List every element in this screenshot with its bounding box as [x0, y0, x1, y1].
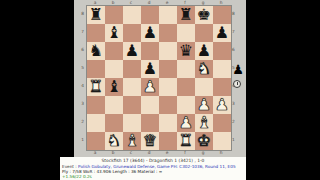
square-c5[interactable] — [123, 60, 141, 78]
square-g5[interactable]: ♞ — [195, 60, 213, 78]
white-bishop: ♝ — [195, 114, 213, 132]
rank-label-left-2: 2 — [74, 113, 85, 131]
square-b8[interactable] — [105, 6, 123, 24]
square-c6[interactable]: ♟ — [123, 42, 141, 60]
square-d5[interactable]: ♟ — [141, 60, 159, 78]
square-e1[interactable] — [159, 132, 177, 150]
square-d1[interactable]: ♛ — [141, 132, 159, 150]
square-e3[interactable] — [159, 96, 177, 114]
square-f8[interactable]: ♜ — [177, 6, 195, 24]
square-h1[interactable] — [213, 132, 231, 150]
rank-label-left-1: 1 — [74, 131, 85, 149]
square-c7[interactable] — [123, 24, 141, 42]
board-area: ♜♜♚♝♟♟♞♟♛♟♟♞♜♝♟♟♟♟♝♞♝♛♜♚ aabbccddeeffggh… — [74, 0, 246, 157]
file-label-bottom-e: e — [158, 150, 176, 155]
square-a7[interactable] — [87, 24, 105, 42]
white-king: ♚ — [195, 132, 213, 150]
square-f4[interactable] — [177, 78, 195, 96]
white-pawn: ♟ — [195, 96, 213, 114]
file-label-top-b: b — [104, 0, 122, 5]
rank-label-left-8: 8 — [74, 5, 85, 23]
file-label-bottom-b: b — [104, 150, 122, 155]
square-g8[interactable]: ♚ — [195, 6, 213, 24]
square-d7[interactable]: ♟ — [141, 24, 159, 42]
square-b6[interactable] — [105, 42, 123, 60]
square-d6[interactable] — [141, 42, 159, 60]
square-a5[interactable] — [87, 60, 105, 78]
square-e8[interactable] — [159, 6, 177, 24]
rank-label-left-3: 3 — [74, 95, 85, 113]
square-g1[interactable]: ♚ — [195, 132, 213, 150]
clock-hand — [237, 82, 238, 85]
square-h7[interactable]: ♟ — [213, 24, 231, 42]
square-c8[interactable] — [123, 6, 141, 24]
square-a3[interactable] — [87, 96, 105, 114]
white-bishop: ♝ — [123, 132, 141, 150]
rank-label-left-6: 6 — [74, 41, 85, 59]
match-title: Stockfish 17 (3644) - Dragonfish 1 (3421… — [62, 158, 244, 163]
square-b5[interactable] — [105, 60, 123, 78]
rank-label-right-1: 1 — [231, 131, 241, 149]
white-knight: ♞ — [195, 60, 213, 78]
file-label-top-c: c — [122, 0, 140, 5]
file-label-bottom-g: g — [194, 150, 212, 155]
square-e7[interactable] — [159, 24, 177, 42]
black-pawn: ♟ — [141, 24, 159, 42]
file-label-bottom-f: f — [176, 150, 194, 155]
video-frame: ♜♜♚♝♟♟♞♟♛♟♟♞♜♝♟♟♟♟♝♞♝♛♜♚ aabbccddeeffggh… — [0, 0, 320, 180]
square-g6[interactable]: ♟ — [195, 42, 213, 60]
file-label-top-a: a — [86, 0, 104, 5]
file-label-bottom-a: a — [86, 150, 104, 155]
square-b1[interactable]: ♞ — [105, 132, 123, 150]
square-d2[interactable] — [141, 114, 159, 132]
white-rook: ♜ — [87, 78, 105, 96]
side-to-move-pawn-icon: ♟ — [230, 62, 246, 78]
white-queen: ♛ — [141, 132, 159, 150]
square-f5[interactable] — [177, 60, 195, 78]
black-pawn: ♟ — [213, 24, 231, 42]
file-label-top-d: d — [140, 0, 158, 5]
square-b2[interactable] — [105, 114, 123, 132]
square-g4[interactable] — [195, 78, 213, 96]
black-knight: ♞ — [87, 42, 105, 60]
black-pawn: ♟ — [123, 42, 141, 60]
black-rook: ♜ — [87, 6, 105, 24]
info-panel: Stockfish 17 (3644) - Dragonfish 1 (3421… — [60, 157, 246, 180]
square-c1[interactable]: ♝ — [123, 132, 141, 150]
square-f7[interactable] — [177, 24, 195, 42]
square-f1[interactable]: ♜ — [177, 132, 195, 150]
square-e4[interactable] — [159, 78, 177, 96]
square-h2[interactable] — [213, 114, 231, 132]
rank-label-left-4: 4 — [74, 77, 85, 95]
white-knight: ♞ — [105, 132, 123, 150]
white-pawn: ♟ — [213, 96, 231, 114]
square-c4[interactable] — [123, 78, 141, 96]
square-d4[interactable]: ♟ — [141, 78, 159, 96]
chess-board: ♜♜♚♝♟♟♞♟♛♟♟♞♜♝♟♟♟♟♝♞♝♛♜♚ — [86, 5, 232, 151]
square-h6[interactable] — [213, 42, 231, 60]
black-bishop: ♝ — [105, 24, 123, 42]
square-d3[interactable] — [141, 96, 159, 114]
file-label-top-e: e — [158, 0, 176, 5]
square-h5[interactable] — [213, 60, 231, 78]
square-c3[interactable] — [123, 96, 141, 114]
square-d8[interactable] — [141, 6, 159, 24]
rank-label-right-7: 7 — [231, 23, 241, 41]
square-a8[interactable]: ♜ — [87, 6, 105, 24]
white-pawn: ♟ — [141, 78, 159, 96]
square-b4[interactable]: ♝ — [105, 78, 123, 96]
square-a4[interactable]: ♜ — [87, 78, 105, 96]
file-label-bottom-h: h — [212, 150, 230, 155]
file-label-top-h: h — [212, 0, 230, 5]
square-e5[interactable] — [159, 60, 177, 78]
black-bishop: ♝ — [105, 78, 123, 96]
square-g7[interactable] — [195, 24, 213, 42]
black-queen: ♛ — [177, 42, 195, 60]
white-pawn: ♟ — [177, 114, 195, 132]
square-c2[interactable] — [123, 114, 141, 132]
square-a1[interactable] — [87, 132, 105, 150]
square-g3[interactable]: ♟ — [195, 96, 213, 114]
square-a6[interactable]: ♞ — [87, 42, 105, 60]
square-b7[interactable]: ♝ — [105, 24, 123, 42]
square-e2[interactable] — [159, 114, 177, 132]
square-h8[interactable] — [213, 6, 231, 24]
square-f2[interactable]: ♟ — [177, 114, 195, 132]
file-label-top-g: g — [194, 0, 212, 5]
rank-label-right-8: 8 — [231, 5, 241, 23]
square-g2[interactable]: ♝ — [195, 114, 213, 132]
rank-label-right-3: 3 — [231, 95, 241, 113]
rank-label-left-5: 5 — [74, 59, 85, 77]
file-label-top-f: f — [176, 0, 194, 5]
white-rook: ♜ — [177, 132, 195, 150]
file-label-bottom-d: d — [140, 150, 158, 155]
black-pawn: ♟ — [141, 60, 159, 78]
rank-label-right-2: 2 — [231, 113, 241, 131]
eval-line: +1.56/22 0.2s — [62, 174, 244, 179]
square-h4[interactable] — [213, 78, 231, 96]
file-label-bottom-c: c — [122, 150, 140, 155]
square-b3[interactable] — [105, 96, 123, 114]
rank-label-right-6: 6 — [231, 41, 241, 59]
black-king: ♚ — [195, 6, 213, 24]
black-pawn: ♟ — [195, 42, 213, 60]
clock-icon — [233, 80, 241, 88]
square-a2[interactable] — [87, 114, 105, 132]
square-f3[interactable] — [177, 96, 195, 114]
rank-label-left-7: 7 — [74, 23, 85, 41]
square-f6[interactable]: ♛ — [177, 42, 195, 60]
black-rook: ♜ — [177, 6, 195, 24]
square-h3[interactable]: ♟ — [213, 96, 231, 114]
square-e6[interactable] — [159, 42, 177, 60]
